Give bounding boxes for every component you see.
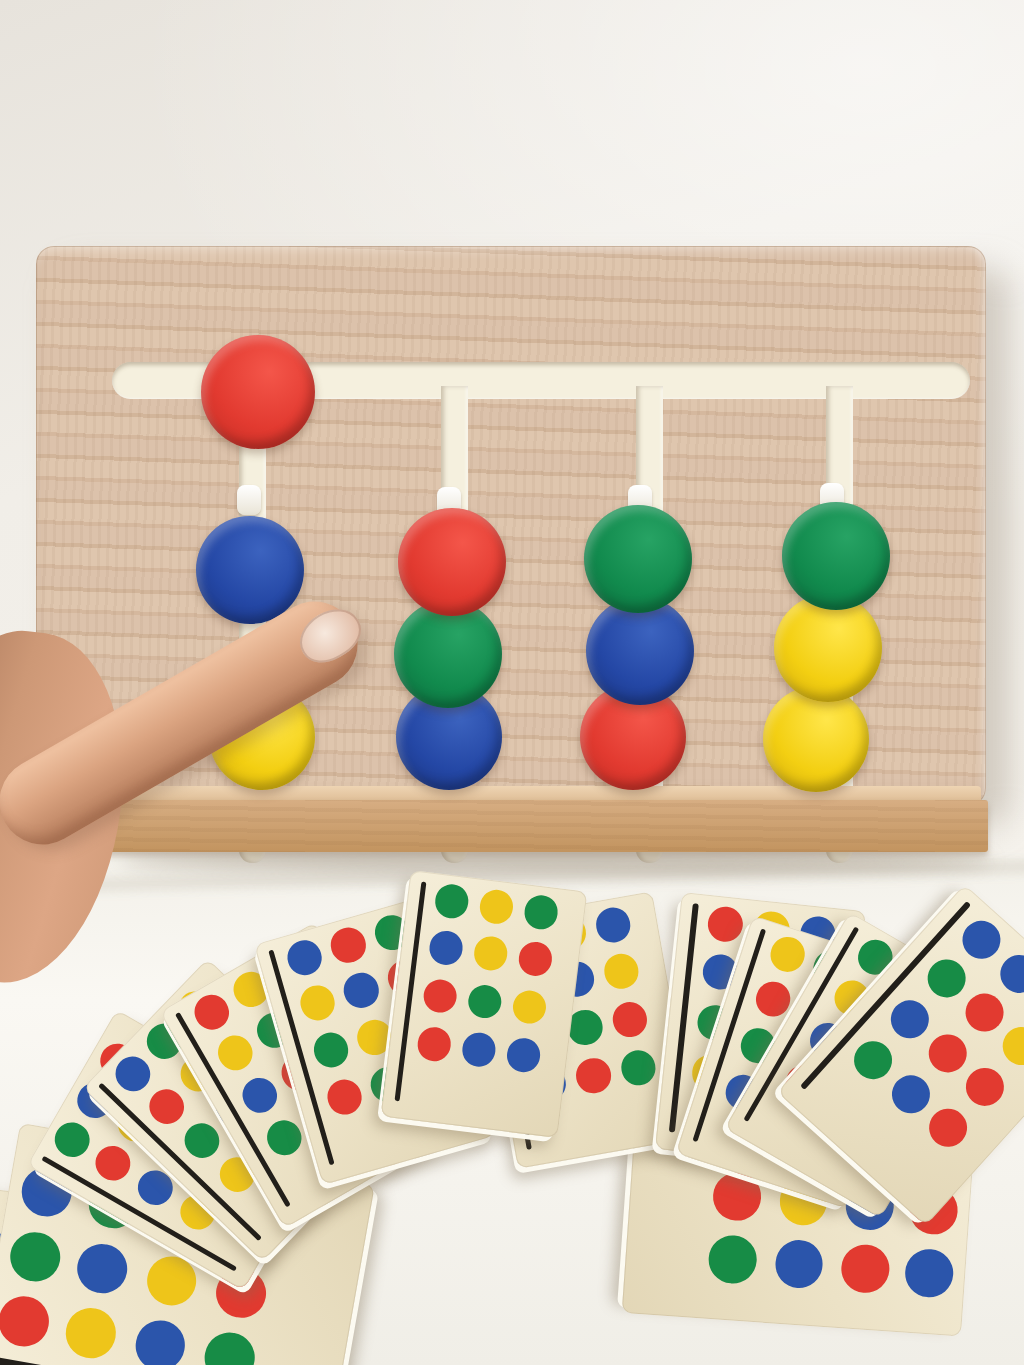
card-dot-red — [705, 905, 744, 944]
card-dot-blue — [73, 1240, 130, 1297]
disc-green-col2[interactable] — [394, 600, 502, 708]
card-dot-red — [90, 1140, 137, 1187]
card-dot-blue — [427, 929, 465, 967]
card-dot-red — [840, 1243, 891, 1294]
card-dot-yellow — [602, 951, 642, 991]
disc-red-col2[interactable] — [398, 508, 506, 616]
card-dot-green — [707, 1234, 758, 1285]
card-dot-green — [846, 1033, 900, 1087]
card-dot-yellow — [212, 1030, 259, 1077]
card-dot-red — [574, 1056, 614, 1096]
card-dot-blue — [132, 1317, 189, 1365]
card-dot-red — [517, 940, 555, 978]
board-stand-front — [104, 800, 988, 852]
card-dot-blue — [992, 947, 1024, 1001]
card-dot-green — [261, 1114, 308, 1161]
card-dot-red — [958, 1060, 1012, 1114]
card-dot-green — [522, 894, 560, 932]
card-dot-red — [415, 1026, 453, 1064]
card-dot-red — [323, 1076, 365, 1118]
disc-yellow-col4[interactable] — [763, 686, 869, 792]
card-dot-blue — [955, 913, 1009, 967]
card-dot-red — [610, 1000, 650, 1040]
pattern-card-left-top[interactable] — [381, 870, 588, 1138]
card-dot-blue — [884, 1067, 938, 1121]
card-dot-green — [178, 1116, 226, 1164]
disc-blue-col1[interactable] — [196, 516, 304, 624]
card-dot-red — [752, 978, 795, 1021]
card-dot-green — [201, 1329, 258, 1365]
card-dot-green — [920, 952, 974, 1006]
card-dot-yellow — [62, 1305, 119, 1362]
card-dot-yellow — [766, 933, 809, 976]
card-dot-red — [921, 1101, 975, 1155]
card-dot-blue — [774, 1239, 825, 1290]
card-dot-red — [327, 924, 369, 966]
card-dot-blue — [593, 905, 633, 945]
card-dot-blue — [109, 1050, 157, 1098]
card-dot-green — [310, 1029, 352, 1071]
card-dot-red — [920, 1026, 974, 1080]
disc-green-col4[interactable] — [782, 502, 890, 610]
card-dot-blue — [904, 1248, 955, 1299]
card-dot-green — [49, 1116, 96, 1163]
card-dot-red — [0, 1293, 53, 1350]
card-dot-yellow — [472, 935, 510, 973]
card-dot-yellow — [511, 988, 549, 1026]
board-stand — [104, 786, 988, 860]
disc-blue-col3[interactable] — [586, 597, 694, 705]
card-dot-blue — [460, 1031, 498, 1069]
card-dot-blue — [883, 993, 937, 1047]
scene — [0, 0, 1024, 1365]
card-dot-yellow — [995, 1020, 1024, 1074]
disc-green-col3[interactable] — [584, 505, 692, 613]
card-dot-green — [7, 1228, 64, 1285]
card-dot-green — [619, 1048, 659, 1088]
card-dot-yellow — [478, 888, 516, 926]
card-dot-red — [143, 1082, 191, 1130]
card-dot-red — [957, 986, 1011, 1040]
card-dot-red — [421, 977, 459, 1015]
card-dot-green — [433, 883, 471, 921]
disc-yellow-col4[interactable] — [774, 594, 882, 702]
card-dot-blue — [236, 1072, 283, 1119]
card-dot-yellow — [296, 982, 338, 1024]
card-dot-green — [466, 983, 504, 1021]
card-dot-blue — [283, 937, 325, 979]
card-dot-red — [188, 989, 235, 1036]
disc-red-col1[interactable] — [201, 335, 315, 449]
card-dot-blue — [340, 969, 382, 1011]
card-dot-blue — [505, 1036, 543, 1074]
slot-peg-1 — [237, 485, 261, 515]
